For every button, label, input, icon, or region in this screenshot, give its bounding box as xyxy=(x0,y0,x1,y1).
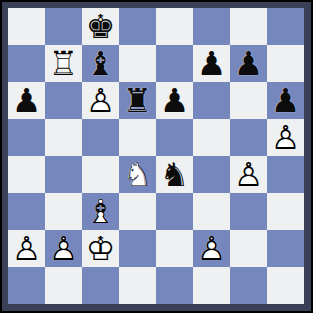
square-b8[interactable] xyxy=(45,8,82,45)
square-c3[interactable]: ♝♗ xyxy=(82,193,119,230)
black-knight-piece[interactable]: ♞ xyxy=(156,156,193,193)
white-bishop-piece[interactable]: ♝♗ xyxy=(82,193,119,230)
black-rook-glyph: ♜ xyxy=(119,82,156,119)
square-d2[interactable] xyxy=(119,230,156,267)
square-c2[interactable]: ♚♔ xyxy=(82,230,119,267)
black-pawn-piece[interactable]: ♟ xyxy=(156,82,193,119)
square-e2[interactable] xyxy=(156,230,193,267)
square-h6[interactable]: ♟ xyxy=(267,82,304,119)
square-f3[interactable] xyxy=(193,193,230,230)
white-pawn-piece[interactable]: ♟♙ xyxy=(267,119,304,156)
square-f5[interactable] xyxy=(193,119,230,156)
white-pawn-outline: ♙ xyxy=(82,82,119,119)
square-b5[interactable] xyxy=(45,119,82,156)
black-pawn-piece[interactable]: ♟ xyxy=(193,45,230,82)
white-pawn-piece[interactable]: ♟♙ xyxy=(8,230,45,267)
square-f6[interactable] xyxy=(193,82,230,119)
chess-board-frame: ♚♜♖♝♟♟♟♟♙♜♟♟♟♙♞♘♞♟♙♝♗♟♙♟♙♚♔♟♙ xyxy=(0,0,313,313)
black-pawn-glyph: ♟ xyxy=(267,82,304,119)
square-b2[interactable]: ♟♙ xyxy=(45,230,82,267)
square-f4[interactable] xyxy=(193,156,230,193)
square-d4[interactable]: ♞♘ xyxy=(119,156,156,193)
square-a1[interactable] xyxy=(8,267,45,304)
black-pawn-glyph: ♟ xyxy=(156,82,193,119)
square-b3[interactable] xyxy=(45,193,82,230)
square-g3[interactable] xyxy=(230,193,267,230)
white-pawn-outline: ♙ xyxy=(8,230,45,267)
square-g1[interactable] xyxy=(230,267,267,304)
square-c4[interactable] xyxy=(82,156,119,193)
square-h5[interactable]: ♟♙ xyxy=(267,119,304,156)
black-pawn-piece[interactable]: ♟ xyxy=(8,82,45,119)
square-g8[interactable] xyxy=(230,8,267,45)
square-f7[interactable]: ♟ xyxy=(193,45,230,82)
white-pawn-outline: ♙ xyxy=(45,230,82,267)
square-h1[interactable] xyxy=(267,267,304,304)
square-e8[interactable] xyxy=(156,8,193,45)
square-b1[interactable] xyxy=(45,267,82,304)
square-c5[interactable] xyxy=(82,119,119,156)
white-king-piece[interactable]: ♚♔ xyxy=(82,230,119,267)
square-g7[interactable]: ♟ xyxy=(230,45,267,82)
black-bishop-glyph: ♝ xyxy=(82,45,119,82)
black-pawn-glyph: ♟ xyxy=(193,45,230,82)
black-pawn-piece[interactable]: ♟ xyxy=(230,45,267,82)
white-rook-piece[interactable]: ♜♖ xyxy=(45,45,82,82)
square-g5[interactable] xyxy=(230,119,267,156)
square-b6[interactable] xyxy=(45,82,82,119)
black-pawn-glyph: ♟ xyxy=(8,82,45,119)
white-pawn-outline: ♙ xyxy=(230,156,267,193)
square-c8[interactable]: ♚ xyxy=(82,8,119,45)
square-e6[interactable]: ♟ xyxy=(156,82,193,119)
square-b7[interactable]: ♜♖ xyxy=(45,45,82,82)
square-d5[interactable] xyxy=(119,119,156,156)
white-rook-outline: ♖ xyxy=(45,45,82,82)
square-e4[interactable]: ♞ xyxy=(156,156,193,193)
square-d1[interactable] xyxy=(119,267,156,304)
white-pawn-outline: ♙ xyxy=(193,230,230,267)
square-h4[interactable] xyxy=(267,156,304,193)
square-e1[interactable] xyxy=(156,267,193,304)
square-g6[interactable] xyxy=(230,82,267,119)
square-a6[interactable]: ♟ xyxy=(8,82,45,119)
square-a5[interactable] xyxy=(8,119,45,156)
square-f1[interactable] xyxy=(193,267,230,304)
white-knight-piece[interactable]: ♞♘ xyxy=(119,156,156,193)
square-a8[interactable] xyxy=(8,8,45,45)
square-e3[interactable] xyxy=(156,193,193,230)
square-h8[interactable] xyxy=(267,8,304,45)
square-d6[interactable]: ♜ xyxy=(119,82,156,119)
square-d7[interactable] xyxy=(119,45,156,82)
black-pawn-piece[interactable]: ♟ xyxy=(267,82,304,119)
square-c6[interactable]: ♟♙ xyxy=(82,82,119,119)
square-a2[interactable]: ♟♙ xyxy=(8,230,45,267)
square-f8[interactable] xyxy=(193,8,230,45)
black-king-glyph: ♚ xyxy=(82,8,119,45)
square-b4[interactable] xyxy=(45,156,82,193)
black-bishop-piece[interactable]: ♝ xyxy=(82,45,119,82)
white-pawn-piece[interactable]: ♟♙ xyxy=(230,156,267,193)
black-king-piece[interactable]: ♚ xyxy=(82,8,119,45)
square-f2[interactable]: ♟♙ xyxy=(193,230,230,267)
white-bishop-outline: ♗ xyxy=(82,193,119,230)
square-a3[interactable] xyxy=(8,193,45,230)
white-pawn-piece[interactable]: ♟♙ xyxy=(45,230,82,267)
white-king-outline: ♔ xyxy=(82,230,119,267)
white-pawn-piece[interactable]: ♟♙ xyxy=(193,230,230,267)
black-pawn-glyph: ♟ xyxy=(230,45,267,82)
square-e5[interactable] xyxy=(156,119,193,156)
chess-board: ♚♜♖♝♟♟♟♟♙♜♟♟♟♙♞♘♞♟♙♝♗♟♙♟♙♚♔♟♙ xyxy=(8,8,304,304)
square-a7[interactable] xyxy=(8,45,45,82)
square-c1[interactable] xyxy=(82,267,119,304)
square-d8[interactable] xyxy=(119,8,156,45)
square-h2[interactable] xyxy=(267,230,304,267)
square-e7[interactable] xyxy=(156,45,193,82)
black-rook-piece[interactable]: ♜ xyxy=(119,82,156,119)
white-knight-outline: ♘ xyxy=(119,156,156,193)
chess-board-border: ♚♜♖♝♟♟♟♟♙♜♟♟♟♙♞♘♞♟♙♝♗♟♙♟♙♚♔♟♙ xyxy=(2,2,311,311)
white-pawn-outline: ♙ xyxy=(267,119,304,156)
white-pawn-piece[interactable]: ♟♙ xyxy=(82,82,119,119)
square-g2[interactable] xyxy=(230,230,267,267)
square-c7[interactable]: ♝ xyxy=(82,45,119,82)
square-a4[interactable] xyxy=(8,156,45,193)
square-d3[interactable] xyxy=(119,193,156,230)
square-g4[interactable]: ♟♙ xyxy=(230,156,267,193)
square-h3[interactable] xyxy=(267,193,304,230)
square-h7[interactable] xyxy=(267,45,304,82)
black-knight-glyph: ♞ xyxy=(156,156,193,193)
